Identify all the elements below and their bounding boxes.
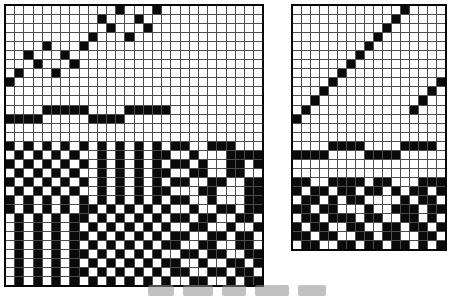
cell-r6c13-white — [410, 60, 418, 68]
cell-r1c1-white — [15, 15, 23, 23]
cell-r8c24-white — [227, 78, 235, 86]
cell-r13c2-white — [311, 124, 319, 132]
cell-r1c8-white — [365, 15, 373, 23]
cell-r17c1-white — [302, 160, 310, 168]
cell-r17c13-white — [125, 160, 133, 168]
cell-r27c23-black — [217, 250, 225, 258]
cell-r20c3-black — [320, 187, 328, 195]
cell-r2c2-white — [311, 24, 319, 32]
cell-r8c4-black — [329, 78, 337, 86]
cell-r0c2-white — [311, 6, 319, 14]
cell-r24c5-white — [338, 223, 346, 231]
cell-r5c12-white — [116, 51, 124, 59]
cell-r11c13-black — [410, 106, 418, 114]
cell-r19c18-black — [171, 178, 179, 186]
cell-r13c19-white — [181, 124, 189, 132]
cell-r24c14-white — [135, 223, 143, 231]
cell-r3c12-white — [116, 33, 124, 41]
cell-r19c13-white — [125, 178, 133, 186]
cell-r12c13-white — [410, 115, 418, 123]
cell-r28c20-white — [190, 259, 198, 267]
cell-r0c10-white — [98, 6, 106, 14]
cell-r0c9-white — [374, 6, 382, 14]
cell-r23c2-white — [24, 214, 32, 222]
cell-r7c10-white — [383, 69, 391, 77]
cell-r22c21-white — [199, 205, 207, 213]
cell-r19c6-black — [347, 178, 355, 186]
cell-r15c9-white — [374, 142, 382, 150]
cell-r23c19-black — [181, 214, 189, 222]
cell-r12c15-white — [428, 115, 436, 123]
cell-r1c5-white — [338, 15, 346, 23]
cell-r7c24-white — [227, 69, 235, 77]
cell-r7c5-black — [338, 69, 346, 77]
cell-r3c6-white — [61, 33, 69, 41]
cell-r1c19-white — [181, 15, 189, 23]
cell-r0c13-white — [125, 6, 133, 14]
cell-r19c10-black — [383, 178, 391, 186]
cell-r9c7-white — [356, 87, 364, 95]
cell-r15c6-black — [347, 142, 355, 150]
cell-r27c14-black — [135, 250, 143, 258]
cell-r7c2-white — [311, 69, 319, 77]
cell-r1c13-white — [125, 15, 133, 23]
cell-r21c11-white — [107, 196, 115, 204]
cell-r11c21-white — [199, 106, 207, 114]
cell-r22c12-white — [116, 205, 124, 213]
cell-r2c20-white — [190, 24, 198, 32]
watermark — [148, 283, 338, 297]
cell-r5c8-white — [365, 51, 373, 59]
cell-r30c9-black — [89, 277, 97, 285]
cell-r15c11-white — [107, 142, 115, 150]
cell-r2c24-white — [227, 24, 235, 32]
cell-r22c8-black — [365, 205, 373, 213]
cell-r4c15-white — [144, 42, 152, 50]
watermark-blob — [255, 285, 289, 296]
cell-r25c15-white — [144, 232, 152, 240]
cell-r29c26-black — [245, 268, 253, 276]
cell-r25c12-black — [116, 232, 124, 240]
cell-r9c14-white — [419, 87, 427, 95]
cell-r20c14-black — [135, 187, 143, 195]
cell-r27c8-black — [80, 250, 88, 258]
cell-r9c13-white — [125, 87, 133, 95]
cell-r8c10-white — [98, 78, 106, 86]
cell-r4c3-white — [320, 42, 328, 50]
cell-r20c2-black — [311, 187, 319, 195]
cell-r4c6-white — [347, 42, 355, 50]
cell-r8c7-white — [356, 78, 364, 86]
cell-r12c15-white — [144, 115, 152, 123]
cell-r22c5-white — [52, 205, 60, 213]
cell-r12c19-white — [181, 115, 189, 123]
cell-r18c4-white — [329, 169, 337, 177]
cell-r22c2-white — [311, 205, 319, 213]
cell-r2c4-white — [329, 24, 337, 32]
cell-r17c0-black — [6, 160, 14, 168]
cell-r14c7-white — [356, 133, 364, 141]
cell-r17c13-white — [410, 160, 418, 168]
cell-r28c0-white — [6, 259, 14, 267]
cell-r17c9-white — [374, 160, 382, 168]
cell-r24c10-black — [383, 223, 391, 231]
cell-r23c2-black — [311, 214, 319, 222]
cell-r3c0-white — [6, 33, 14, 41]
cell-r12c5-white — [52, 115, 60, 123]
cell-r0c8-white — [365, 6, 373, 14]
cell-r6c0-white — [6, 60, 14, 68]
cell-r12c16-white — [153, 115, 161, 123]
cell-r24c2-black — [311, 223, 319, 231]
cell-r22c9-white — [374, 205, 382, 213]
cell-r25c15-black — [428, 232, 436, 240]
cell-r14c0-white — [293, 133, 301, 141]
cell-r13c17-white — [162, 124, 170, 132]
cell-r15c8-white — [365, 142, 373, 150]
cell-r0c23-white — [217, 6, 225, 14]
cell-r1c13-white — [410, 15, 418, 23]
cell-r22c11-black — [107, 205, 115, 213]
cell-r23c9-black — [374, 214, 382, 222]
cell-r15c6-black — [61, 142, 69, 150]
cell-r0c14-white — [135, 6, 143, 14]
cell-r19c8-white — [365, 178, 373, 186]
cell-r26c11-black — [392, 241, 400, 249]
cell-r10c1-white — [302, 96, 310, 104]
cell-r15c7-white — [70, 142, 78, 150]
cell-r5c15-white — [144, 51, 152, 59]
cell-r16c4-white — [43, 151, 51, 159]
cell-r24c0-white — [6, 223, 14, 231]
cell-r21c13-white — [125, 196, 133, 204]
cell-r3c3-white — [34, 33, 42, 41]
cell-r8c1-white — [15, 78, 23, 86]
cell-r29c14-black — [135, 268, 143, 276]
right-pattern-grid — [291, 4, 447, 251]
cell-r25c3-black — [320, 232, 328, 240]
cell-r22c24-black — [227, 205, 235, 213]
cell-r2c5-white — [338, 24, 346, 32]
cell-r30c4-white — [43, 277, 51, 285]
cell-r1c15-white — [144, 15, 152, 23]
cell-r27c10-black — [98, 250, 106, 258]
cell-r19c27-black — [254, 178, 262, 186]
cell-r7c15-white — [428, 69, 436, 77]
cell-r10c26-white — [245, 96, 253, 104]
cell-r12c11-white — [392, 115, 400, 123]
cell-r1c10-white — [383, 15, 391, 23]
cell-r20c1-black — [15, 187, 23, 195]
cell-r7c3-white — [320, 69, 328, 77]
cell-r23c12-black — [116, 214, 124, 222]
cell-r25c7-black — [356, 232, 364, 240]
cell-r3c15-white — [428, 33, 436, 41]
cell-r19c12-white — [401, 178, 409, 186]
cell-r21c16-white — [437, 196, 445, 204]
cell-r20c18-white — [171, 187, 179, 195]
cell-r6c6-black — [347, 60, 355, 68]
cell-r9c12-white — [116, 87, 124, 95]
cell-r26c1-black — [302, 241, 310, 249]
cell-r23c13-white — [125, 214, 133, 222]
cell-r2c13-white — [125, 24, 133, 32]
cell-r1c7-white — [70, 15, 78, 23]
cell-r7c13-white — [125, 69, 133, 77]
cell-r1c6-white — [61, 15, 69, 23]
cell-r26c7-black — [70, 241, 78, 249]
cell-r4c7-white — [356, 42, 364, 50]
cell-r0c6-white — [347, 6, 355, 14]
cell-r10c15-white — [144, 96, 152, 104]
cell-r18c2-white — [24, 169, 32, 177]
cell-r10c12-white — [116, 96, 124, 104]
cell-r17c12-white — [401, 160, 409, 168]
cell-r10c7-white — [70, 96, 78, 104]
cell-r24c9-black — [89, 223, 97, 231]
cell-r11c1-white — [15, 106, 23, 114]
cell-r21c20-white — [190, 196, 198, 204]
cell-r3c5-white — [52, 33, 60, 41]
cell-r18c7-black — [70, 169, 78, 177]
cell-r20c19-white — [181, 187, 189, 195]
cell-r15c15-black — [428, 142, 436, 150]
cell-r2c1-white — [302, 24, 310, 32]
cell-r30c13-black — [125, 277, 133, 285]
cell-r2c8-white — [365, 24, 373, 32]
cell-r9c6-white — [347, 87, 355, 95]
cell-r6c27-white — [254, 60, 262, 68]
cell-r6c10-white — [383, 60, 391, 68]
cell-r23c6-black — [347, 214, 355, 222]
cell-r18c12-black — [116, 169, 124, 177]
cell-r24c3-black — [34, 223, 42, 231]
cell-r17c8-white — [365, 160, 373, 168]
cell-r19c1-black — [302, 178, 310, 186]
cell-r15c2-white — [311, 142, 319, 150]
cell-r25c6-white — [61, 232, 69, 240]
cell-r21c15-black — [428, 196, 436, 204]
cell-r1c25-white — [236, 15, 244, 23]
cell-r16c13-white — [410, 151, 418, 159]
cell-r6c11-white — [107, 60, 115, 68]
cell-r15c0-black — [6, 142, 14, 150]
cell-r16c16-black — [153, 151, 161, 159]
cell-r20c0-black — [293, 187, 301, 195]
cell-r9c9-white — [374, 87, 382, 95]
cell-r4c24-white — [227, 42, 235, 50]
cell-r27c2-white — [24, 250, 32, 258]
cell-r13c21-white — [199, 124, 207, 132]
cell-r13c11-white — [392, 124, 400, 132]
cell-r30c11-black — [107, 277, 115, 285]
cell-r9c6-white — [61, 87, 69, 95]
cell-r19c9-black — [374, 178, 382, 186]
cell-r23c8-black — [365, 214, 373, 222]
cell-r19c7-black — [356, 178, 364, 186]
cell-r16c3-black — [34, 151, 42, 159]
cell-r12c17-white — [162, 115, 170, 123]
cell-r19c16-black — [153, 178, 161, 186]
cell-r15c10-white — [383, 142, 391, 150]
cell-r14c3-white — [320, 133, 328, 141]
cell-r4c23-white — [217, 42, 225, 50]
cell-r15c21-white — [199, 142, 207, 150]
cell-r23c14-white — [419, 214, 427, 222]
cell-r24c16-black — [437, 223, 445, 231]
cell-r6c16-white — [437, 60, 445, 68]
cell-r26c24-white — [227, 241, 235, 249]
watermark-blob — [222, 285, 246, 296]
cell-r29c27-white — [254, 268, 262, 276]
cell-r18c1-white — [302, 169, 310, 177]
cell-r1c6-white — [347, 15, 355, 23]
cell-r6c2-white — [311, 60, 319, 68]
cell-r26c22-black — [208, 241, 216, 249]
cell-r24c1-white — [302, 223, 310, 231]
cell-r12c26-white — [245, 115, 253, 123]
cell-r21c25-white — [236, 196, 244, 204]
cell-r21c27-black — [254, 196, 262, 204]
cell-r30c5-black — [52, 277, 60, 285]
cell-r27c16-black — [153, 250, 161, 258]
cell-r27c18-white — [171, 250, 179, 258]
cell-r28c1-black — [15, 259, 23, 267]
cell-r18c2-white — [311, 169, 319, 177]
cell-r28c7-black — [70, 259, 78, 267]
cell-r0c13-white — [410, 6, 418, 14]
cell-r10c8-white — [365, 96, 373, 104]
cell-r3c11-white — [107, 33, 115, 41]
cell-r17c1-white — [15, 160, 23, 168]
cell-r23c5-black — [338, 214, 346, 222]
cell-r6c20-white — [190, 60, 198, 68]
cell-r8c16-black — [437, 78, 445, 86]
cell-r1c21-white — [199, 15, 207, 23]
cell-r29c24-white — [227, 268, 235, 276]
cell-r21c10-black — [98, 196, 106, 204]
cell-r16c24-black — [227, 151, 235, 159]
cell-r3c14-white — [419, 33, 427, 41]
cell-r13c1-white — [15, 124, 23, 132]
cell-r19c20-white — [190, 178, 198, 186]
cell-r8c9-white — [374, 78, 382, 86]
cell-r8c25-white — [236, 78, 244, 86]
cell-r10c8-white — [80, 96, 88, 104]
cell-r7c6-white — [347, 69, 355, 77]
cell-r25c3-black — [34, 232, 42, 240]
cell-r26c16-white — [153, 241, 161, 249]
cell-r18c9-white — [89, 169, 97, 177]
cell-r14c16-white — [153, 133, 161, 141]
cell-r20c16-black — [437, 187, 445, 195]
cell-r14c23-white — [217, 133, 225, 141]
cell-r13c10-white — [383, 124, 391, 132]
cell-r8c15-white — [144, 78, 152, 86]
cell-r11c2-white — [24, 106, 32, 114]
cell-r7c21-white — [199, 69, 207, 77]
cell-r5c3-white — [34, 51, 42, 59]
cell-r4c7-white — [70, 42, 78, 50]
cell-r13c26-white — [245, 124, 253, 132]
cell-r29c20-white — [190, 268, 198, 276]
cell-r25c23-black — [217, 232, 225, 240]
cell-r13c27-white — [254, 124, 262, 132]
cell-r21c7-white — [70, 196, 78, 204]
cell-r14c14-white — [419, 133, 427, 141]
cell-r10c2-black — [311, 96, 319, 104]
cell-r29c11-white — [107, 268, 115, 276]
cell-r28c27-black — [254, 259, 262, 267]
cell-r22c11-black — [392, 205, 400, 213]
cell-r0c18-white — [171, 6, 179, 14]
cell-r25c8-black — [80, 232, 88, 240]
cell-r9c7-white — [70, 87, 78, 95]
cell-r13c7-white — [356, 124, 364, 132]
cell-r19c17-white — [162, 178, 170, 186]
cell-r28c14-white — [135, 259, 143, 267]
cell-r2c16-white — [437, 24, 445, 32]
cell-r6c9-white — [89, 60, 97, 68]
cell-r17c3-white — [34, 160, 42, 168]
cell-r11c23-white — [217, 106, 225, 114]
cell-r19c19-black — [181, 178, 189, 186]
cell-r7c12-white — [116, 69, 124, 77]
cell-r2c15-white — [428, 24, 436, 32]
cell-r9c5-white — [52, 87, 60, 95]
cell-r27c26-black — [245, 250, 253, 258]
cell-r14c18-white — [171, 133, 179, 141]
cell-r17c6-black — [61, 160, 69, 168]
cell-r14c15-white — [144, 133, 152, 141]
cell-r7c23-white — [217, 69, 225, 77]
cell-r7c16-white — [153, 69, 161, 77]
cell-r16c0-white — [6, 151, 14, 159]
cell-r29c19-black — [181, 268, 189, 276]
cell-r11c8-black — [80, 106, 88, 114]
cell-r0c3-white — [320, 6, 328, 14]
cell-r5c0-white — [293, 51, 301, 59]
cell-r26c3-white — [320, 241, 328, 249]
cell-r2c18-white — [171, 24, 179, 32]
cell-r12c23-white — [217, 115, 225, 123]
cell-r19c11-white — [107, 178, 115, 186]
cell-r0c15-white — [144, 6, 152, 14]
cell-r22c12-black — [401, 205, 409, 213]
cell-r0c11-white — [392, 6, 400, 14]
cell-r12c20-white — [190, 115, 198, 123]
cell-r10c22-white — [208, 96, 216, 104]
cell-r21c16-black — [153, 196, 161, 204]
cell-r16c22-white — [208, 151, 216, 159]
cell-r7c3-white — [34, 69, 42, 77]
cell-r29c6-white — [61, 268, 69, 276]
cell-r29c2-white — [24, 268, 32, 276]
cell-r13c9-white — [89, 124, 97, 132]
cell-r22c3-black — [320, 205, 328, 213]
cell-r19c11-white — [392, 178, 400, 186]
cell-r28c17-black — [162, 259, 170, 267]
cell-r7c0-white — [6, 69, 14, 77]
cell-r5c18-white — [171, 51, 179, 59]
cell-r8c11-white — [107, 78, 115, 86]
cell-r1c12-white — [116, 15, 124, 23]
cell-r13c8-white — [80, 124, 88, 132]
cell-r28c12-white — [116, 259, 124, 267]
cell-r11c6-white — [347, 106, 355, 114]
cell-r19c3-white — [34, 178, 42, 186]
cell-r2c11-white — [392, 24, 400, 32]
